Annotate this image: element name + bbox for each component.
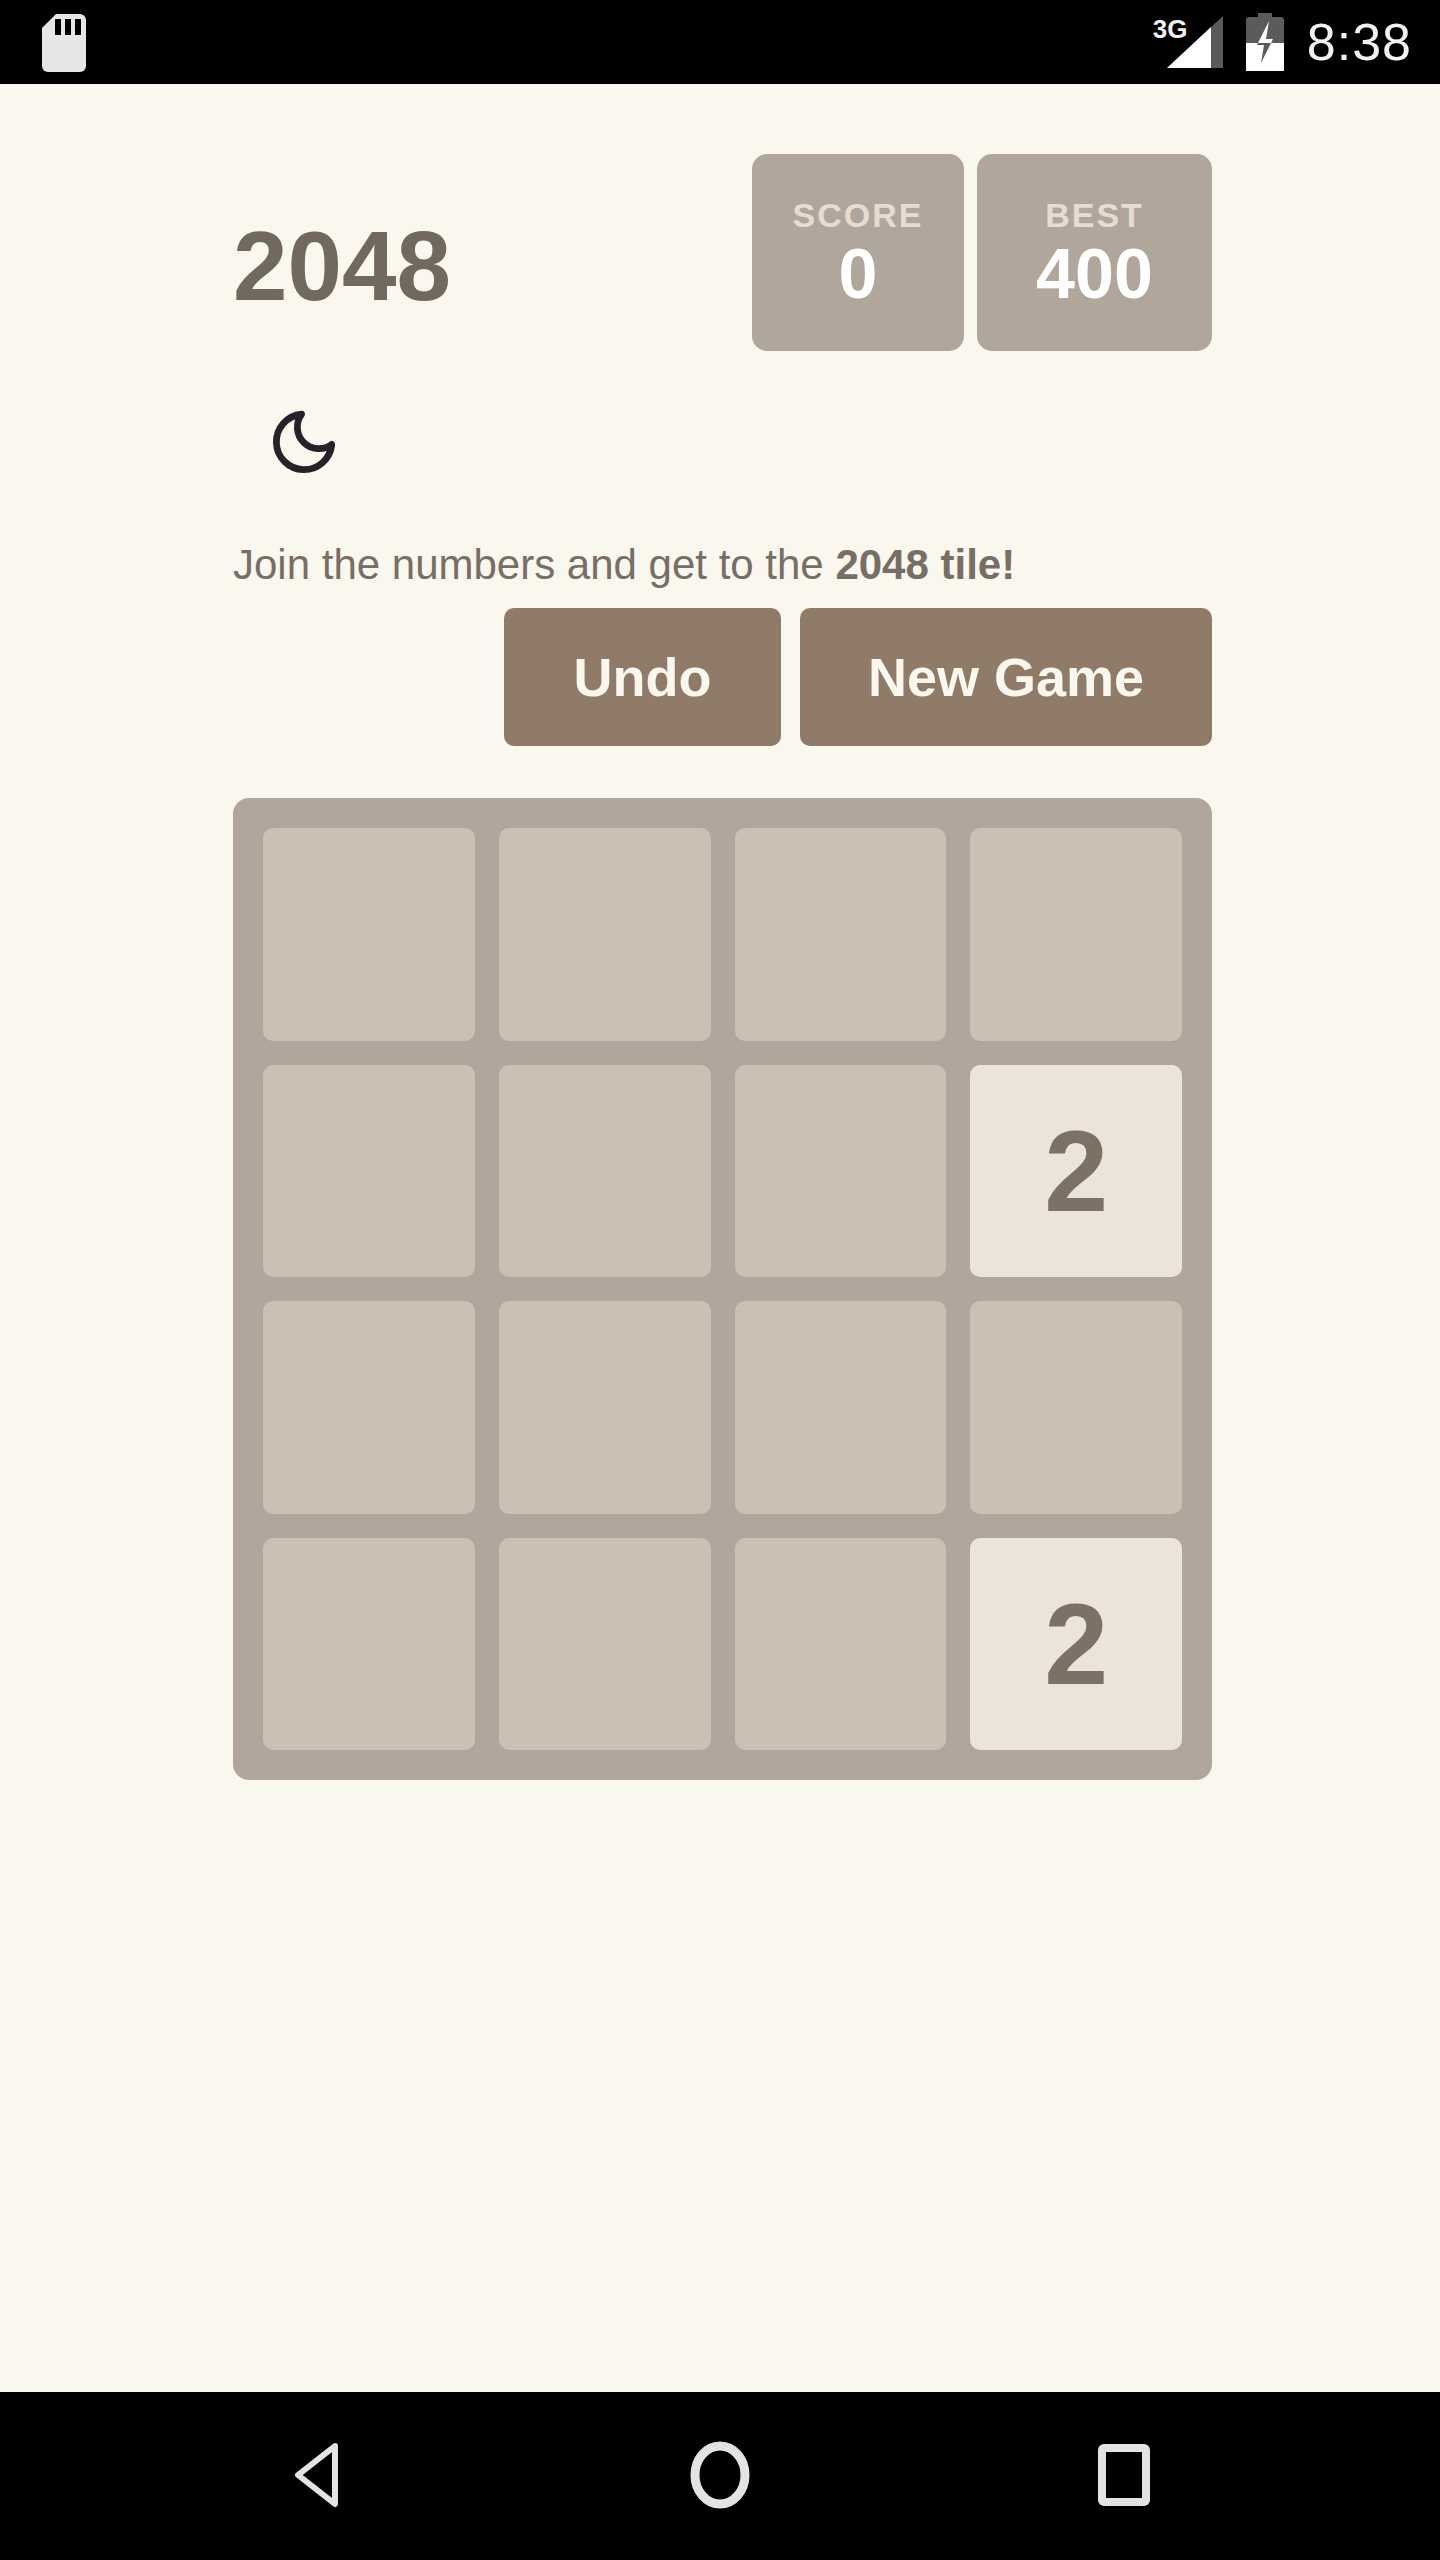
empty-cell xyxy=(735,1301,947,1514)
instructions-bold: 2048 tile! xyxy=(835,541,1015,588)
empty-cell xyxy=(263,1538,475,1751)
back-icon xyxy=(290,2441,342,2512)
empty-cell xyxy=(499,1538,711,1751)
home-icon xyxy=(689,2440,751,2513)
battery-charging-icon xyxy=(1245,13,1285,71)
tile-2: 2 xyxy=(970,1065,1182,1278)
recents-button[interactable] xyxy=(1064,2392,1184,2560)
navigation-bar xyxy=(0,2392,1440,2560)
empty-cell xyxy=(499,1301,711,1514)
app-content: 2048 SCORE 0 BEST 400 xyxy=(233,84,1212,1780)
phone-screen: 3G 8:38 2048 SCORE 0 xyxy=(0,0,1440,2560)
empty-cell xyxy=(735,828,947,1041)
tile-2: 2 xyxy=(970,1538,1182,1751)
empty-cell xyxy=(263,1065,475,1278)
empty-cell xyxy=(970,828,1182,1041)
score-value: 0 xyxy=(839,239,878,309)
new-game-button[interactable]: New Game xyxy=(800,608,1212,746)
button-row: Undo New Game xyxy=(233,608,1212,746)
undo-button[interactable]: Undo xyxy=(504,608,781,746)
score-panel: SCORE 0 BEST 400 xyxy=(752,154,1212,351)
home-button[interactable] xyxy=(660,2392,780,2560)
game-board[interactable]: 22 xyxy=(233,798,1212,1780)
theme-toggle-row xyxy=(267,405,1212,479)
empty-cell xyxy=(499,828,711,1041)
best-box: BEST 400 xyxy=(977,154,1212,351)
best-value: 400 xyxy=(1036,239,1153,309)
instructions-text: Join the numbers and get to the 2048 til… xyxy=(233,541,1212,589)
empty-cell xyxy=(263,828,475,1041)
best-label: BEST xyxy=(1045,196,1144,235)
app-title: 2048 xyxy=(233,182,451,323)
empty-cell xyxy=(499,1065,711,1278)
moon-icon xyxy=(267,467,341,482)
score-label: SCORE xyxy=(793,196,924,235)
empty-cell xyxy=(970,1301,1182,1514)
empty-cell xyxy=(735,1538,947,1751)
empty-cell xyxy=(735,1065,947,1278)
back-button[interactable] xyxy=(256,2392,376,2560)
status-bar-right: 3G 8:38 xyxy=(1153,0,1412,84)
recents-icon xyxy=(1097,2443,1151,2510)
clock-text: 8:38 xyxy=(1307,12,1412,72)
signal-icon: 3G xyxy=(1153,14,1223,70)
status-bar: 3G 8:38 xyxy=(0,0,1440,84)
header: 2048 SCORE 0 BEST 400 xyxy=(233,154,1212,351)
dark-mode-toggle-button[interactable] xyxy=(267,405,341,479)
sd-card-icon xyxy=(42,14,86,72)
empty-cell xyxy=(263,1301,475,1514)
score-box: SCORE 0 xyxy=(752,154,964,351)
